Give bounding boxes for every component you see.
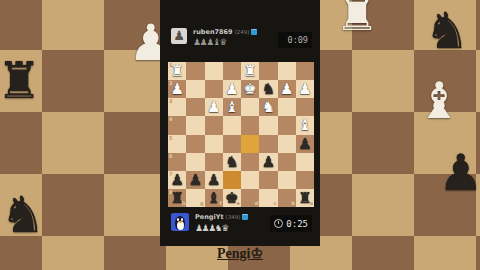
black-bishop: ♝ (205, 189, 223, 207)
square-f7[interactable]: ♟ (205, 171, 223, 189)
white-rook: ♜ (241, 62, 259, 80)
square-f4[interactable] (205, 116, 223, 134)
rank-label: 6 (169, 154, 172, 159)
black-pawn: ♟ (205, 171, 223, 189)
square-c2[interactable]: ♞ (259, 80, 277, 98)
square-a6[interactable] (296, 153, 314, 171)
black-rook: ♜ (168, 189, 186, 207)
white-rook: ♜ (168, 62, 186, 80)
square-h4[interactable]: 4 (168, 116, 186, 134)
background-black-piece: ♞ (416, 0, 478, 62)
captured-piece: ♛ (219, 37, 226, 47)
black-pawn: ♟ (168, 171, 186, 189)
square-f3[interactable]: ♟ (205, 98, 223, 116)
square-d5[interactable] (241, 135, 259, 153)
square-d7[interactable] (241, 171, 259, 189)
bottom-player-flair-icon (242, 214, 248, 220)
screenshot-frame: ♜♞♟♜♞♝♟ ♟ ruben7869 (249) ♟♟♟♝♛ 0:09 1♜♜… (0, 0, 480, 270)
square-b4[interactable] (278, 116, 296, 134)
square-a4[interactable]: ♝ (296, 116, 314, 134)
square-e7[interactable] (223, 171, 241, 189)
square-f1[interactable] (205, 62, 223, 80)
square-h3[interactable]: 3 (168, 98, 186, 116)
black-knight: ♞ (259, 80, 277, 98)
square-c6[interactable]: ♟ (259, 153, 277, 171)
top-player-avatar[interactable]: ♟ (171, 28, 187, 44)
square-a3[interactable] (296, 98, 314, 116)
square-c7[interactable] (259, 171, 277, 189)
square-e8[interactable]: e♚ (223, 189, 241, 207)
background-square (42, 112, 104, 174)
square-g6[interactable] (186, 153, 204, 171)
square-a1[interactable] (296, 62, 314, 80)
background-square (352, 50, 414, 112)
background-square (0, 0, 42, 50)
square-h1[interactable]: 1♜ (168, 62, 186, 80)
square-a2[interactable]: ♟ (296, 80, 314, 98)
bottom-player-card: PengiYt (349) ♟♟♟♞♛ 0:25 (160, 211, 320, 245)
file-label: g (200, 201, 204, 206)
background-square (42, 0, 104, 50)
rank-label: 5 (169, 136, 172, 141)
square-g4[interactable] (186, 116, 204, 134)
white-bishop: ♝ (223, 98, 241, 116)
file-label: c (274, 201, 277, 206)
file-label: b (291, 201, 295, 206)
top-player-rating: (249) (235, 29, 250, 35)
background-square (352, 236, 414, 270)
background-square (352, 112, 414, 174)
square-a7[interactable] (296, 171, 314, 189)
file-label: d (255, 201, 259, 206)
square-d6[interactable] (241, 153, 259, 171)
square-c3[interactable]: ♞ (259, 98, 277, 116)
square-g1[interactable] (186, 62, 204, 80)
square-d1[interactable]: ♜ (241, 62, 259, 80)
top-player-clock: 0:09 (278, 32, 312, 48)
background-black-piece: ♞ (0, 184, 54, 246)
top-player-name[interactable]: ruben7869 (193, 28, 233, 36)
top-player-card: ♟ ruben7869 (249) ♟♟♟♝♛ 0:09 (160, 26, 320, 60)
square-e5[interactable] (223, 135, 241, 153)
square-d4[interactable] (241, 116, 259, 134)
square-h6[interactable]: 6 (168, 153, 186, 171)
background-square (104, 236, 166, 270)
square-c8[interactable]: c (259, 189, 277, 207)
background-square (476, 236, 480, 270)
square-c5[interactable] (259, 135, 277, 153)
square-d3[interactable] (241, 98, 259, 116)
background-square (42, 50, 104, 112)
rank-label: 4 (169, 117, 172, 122)
square-h5[interactable]: 5 (168, 135, 186, 153)
black-pawn: ♟ (259, 153, 277, 171)
square-g8[interactable]: g (186, 189, 204, 207)
square-a8[interactable]: a♜ (296, 189, 314, 207)
pawn-avatar-icon: ♟ (171, 28, 187, 44)
square-e6[interactable]: ♞ (223, 153, 241, 171)
square-b5[interactable] (278, 135, 296, 153)
white-pawn: ♟ (278, 80, 296, 98)
bottom-captured-tray: ♟♟♟♞♛ (195, 224, 228, 233)
captured-piece: ♟ (195, 223, 202, 233)
square-b6[interactable] (278, 153, 296, 171)
white-pawn: ♟ (296, 80, 314, 98)
square-d8[interactable]: d (241, 189, 259, 207)
square-h7[interactable]: 7♟ (168, 171, 186, 189)
captured-piece: ♟ (208, 223, 215, 233)
square-c4[interactable] (259, 116, 277, 134)
background-white-piece: ♝ (408, 70, 470, 132)
square-b3[interactable] (278, 98, 296, 116)
square-b7[interactable] (278, 171, 296, 189)
square-f5[interactable] (205, 135, 223, 153)
background-square (352, 174, 414, 236)
square-f8[interactable]: f♝ (205, 189, 223, 207)
chess-board[interactable]: 1♜♜2♟♟♚♞♟♟3♟♝♞4♝5♟6♞♟7♟♟♟8h♜gf♝e♚dcba♜ (168, 62, 314, 207)
background-white-piece: ♜ (326, 0, 388, 44)
background-black-piece: ♟ (430, 142, 480, 204)
white-bishop: ♝ (296, 116, 314, 134)
white-king: ♚ (241, 80, 259, 98)
top-player-flair-icon (251, 29, 257, 35)
phone-screenshot-strip: ♟ ruben7869 (249) ♟♟♟♝♛ 0:09 1♜♜2♟♟♚♞♟♟3… (160, 0, 320, 246)
square-e2[interactable]: ♟ (223, 80, 241, 98)
king-icon: ♔ (250, 246, 263, 261)
square-a5[interactable]: ♟ (296, 135, 314, 153)
rank-label: 3 (169, 99, 172, 104)
square-e3[interactable]: ♝ (223, 98, 241, 116)
square-g3[interactable] (186, 98, 204, 116)
square-d2[interactable]: ♚ (241, 80, 259, 98)
square-b8[interactable]: b (278, 189, 296, 207)
white-pawn: ♟ (205, 98, 223, 116)
captured-piece: ♛ (221, 223, 228, 233)
background-black-piece: ♜ (0, 50, 50, 112)
background-square (104, 174, 166, 236)
square-f6[interactable] (205, 153, 223, 171)
square-b1[interactable] (278, 62, 296, 80)
black-pawn: ♟ (186, 171, 204, 189)
square-f2[interactable] (205, 80, 223, 98)
square-b2[interactable]: ♟ (278, 80, 296, 98)
bottom-player-clock: 0:25 (270, 215, 312, 232)
square-g5[interactable] (186, 135, 204, 153)
black-king: ♚ (223, 189, 241, 207)
square-h8[interactable]: 8h♜ (168, 189, 186, 207)
square-h2[interactable]: 2♟ (168, 80, 186, 98)
square-c1[interactable] (259, 62, 277, 80)
captured-piece: ♟ (193, 37, 200, 47)
bottom-player-name[interactable]: PengiYt (195, 213, 224, 221)
white-knight: ♞ (259, 98, 277, 116)
square-g2[interactable] (186, 80, 204, 98)
bottom-player-avatar[interactable] (171, 213, 189, 231)
black-pawn: ♟ (296, 135, 314, 153)
clock-icon (274, 219, 283, 228)
background-square (414, 236, 476, 270)
top-captured-tray: ♟♟♟♝♛ (193, 38, 226, 47)
square-g7[interactable]: ♟ (186, 171, 204, 189)
black-rook: ♜ (296, 189, 314, 207)
square-e4[interactable] (223, 116, 241, 134)
black-knight: ♞ (223, 153, 241, 171)
captured-piece: ♟ (206, 37, 213, 47)
background-square (104, 112, 166, 174)
background-square (0, 112, 42, 174)
square-e1[interactable] (223, 62, 241, 80)
white-pawn: ♟ (168, 80, 186, 98)
white-pawn: ♟ (223, 80, 241, 98)
bottom-player-rating: (349) (226, 214, 241, 220)
channel-watermark: Pengi♔ (160, 245, 320, 262)
